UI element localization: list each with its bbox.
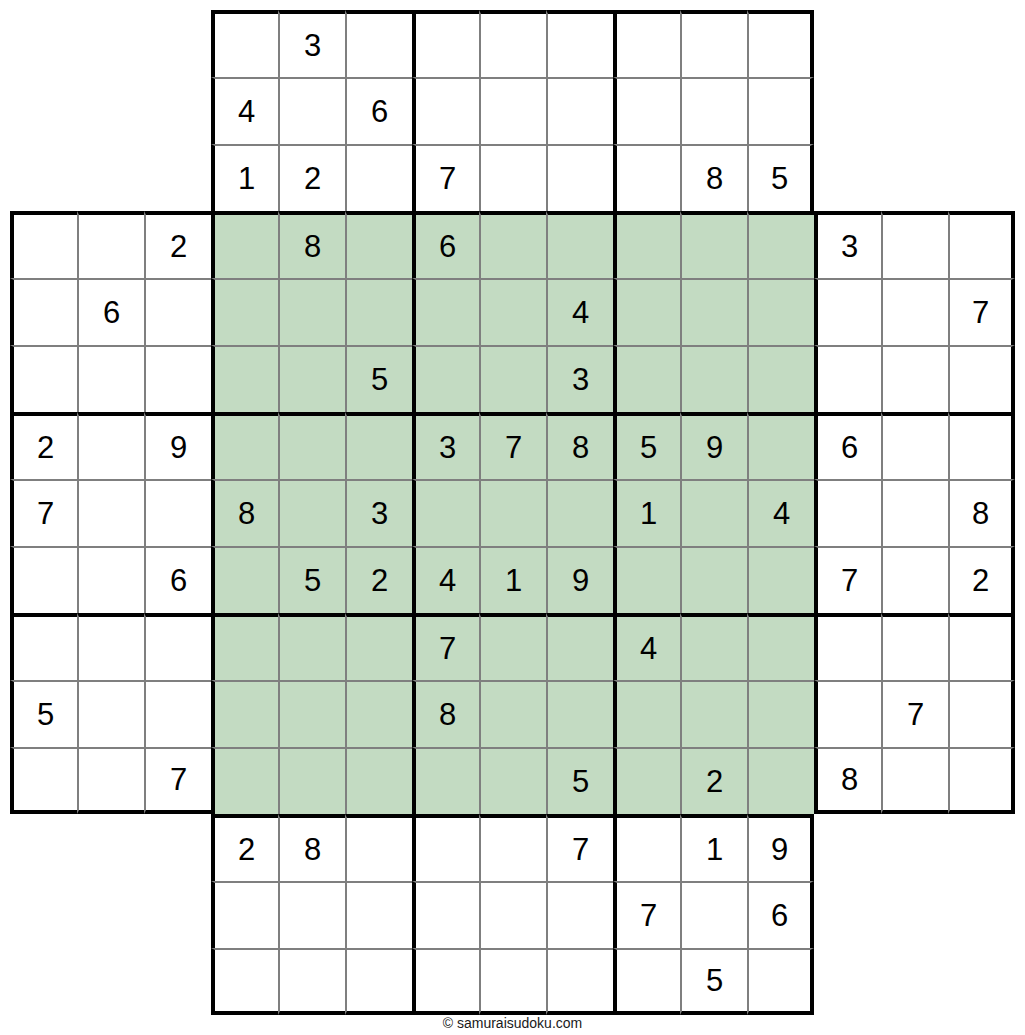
cell-r4c4[interactable] [211, 211, 278, 278]
cell-r9c13[interactable]: 7 [814, 546, 881, 613]
cell-r5c13[interactable] [814, 278, 881, 345]
cell-r10c6[interactable] [345, 613, 412, 680]
given-digit: 1 [238, 163, 255, 194]
cell-r3c7[interactable]: 7 [412, 144, 479, 211]
cell-r9c15[interactable]: 2 [948, 546, 1015, 613]
given-digit: 7 [439, 633, 456, 664]
cell-r12c8[interactable] [479, 747, 546, 814]
cell-r10c14[interactable] [881, 613, 948, 680]
cell-r13c11[interactable]: 1 [680, 814, 747, 881]
cell-r9c8[interactable]: 1 [479, 546, 546, 613]
cell-r8c15[interactable]: 8 [948, 479, 1015, 546]
cell-r7c9[interactable]: 8 [546, 412, 613, 479]
cell-r4c12[interactable] [747, 211, 814, 278]
cell-r6c3[interactable] [144, 345, 211, 412]
given-digit: 2 [371, 565, 388, 596]
given-digit: 6 [771, 900, 788, 931]
cell-r3c8[interactable] [479, 144, 546, 211]
given-digit: 3 [841, 231, 858, 262]
cell-r4c10[interactable] [613, 211, 680, 278]
cell-r14c5[interactable] [278, 881, 345, 948]
cell-r11c3[interactable] [144, 680, 211, 747]
given-digit: 5 [640, 432, 657, 463]
void-r3c2 [77, 144, 144, 211]
given-digit: 7 [640, 900, 657, 931]
given-digit: 8 [572, 432, 589, 463]
void-r14c2 [77, 881, 144, 948]
cell-r6c6[interactable]: 5 [345, 345, 412, 412]
cell-r15c10[interactable] [613, 948, 680, 1015]
cell-r3c5[interactable]: 2 [278, 144, 345, 211]
void-r2c13 [814, 77, 881, 144]
cell-r14c4[interactable] [211, 881, 278, 948]
void-r2c15 [948, 77, 1015, 144]
cell-r4c3[interactable]: 2 [144, 211, 211, 278]
cell-r8c9[interactable] [546, 479, 613, 546]
cell-r7c15[interactable] [948, 412, 1015, 479]
cell-r2c11[interactable] [680, 77, 747, 144]
cell-r7c12[interactable] [747, 412, 814, 479]
cell-r8c7[interactable] [412, 479, 479, 546]
cell-r5c6[interactable] [345, 278, 412, 345]
cell-r8c11[interactable] [680, 479, 747, 546]
cell-r6c13[interactable] [814, 345, 881, 412]
cell-r4c9[interactable] [546, 211, 613, 278]
cell-r7c11[interactable]: 9 [680, 412, 747, 479]
cell-r5c11[interactable] [680, 278, 747, 345]
given-digit: 2 [37, 432, 54, 463]
cell-r6c11[interactable] [680, 345, 747, 412]
cell-r10c4[interactable] [211, 613, 278, 680]
given-digit: 5 [304, 565, 321, 596]
cell-r11c6[interactable] [345, 680, 412, 747]
void-r3c13 [814, 144, 881, 211]
cell-r9c3[interactable]: 6 [144, 546, 211, 613]
given-digit: 7 [907, 699, 924, 730]
cell-r4c5[interactable]: 8 [278, 211, 345, 278]
void-r3c14 [881, 144, 948, 211]
given-digit: 9 [771, 834, 788, 865]
void-r13c13 [814, 814, 881, 881]
cell-r13c9[interactable]: 7 [546, 814, 613, 881]
cell-r7c10[interactable]: 5 [613, 412, 680, 479]
given-digit: 6 [371, 96, 388, 127]
cell-r7c5[interactable] [278, 412, 345, 479]
cell-r10c8[interactable] [479, 613, 546, 680]
cell-r6c5[interactable] [278, 345, 345, 412]
cell-r8c3[interactable] [144, 479, 211, 546]
cell-r9c12[interactable] [747, 546, 814, 613]
cell-r8c6[interactable]: 3 [345, 479, 412, 546]
cell-r4c8[interactable] [479, 211, 546, 278]
cell-r14c9[interactable] [546, 881, 613, 948]
cell-r6c12[interactable] [747, 345, 814, 412]
given-digit: 4 [773, 498, 790, 529]
cell-r5c1[interactable] [10, 278, 77, 345]
given-digit: 9 [572, 565, 589, 596]
cell-r11c4[interactable] [211, 680, 278, 747]
cell-r8c10[interactable]: 1 [613, 479, 680, 546]
void-r14c13 [814, 881, 881, 948]
cell-r5c8[interactable] [479, 278, 546, 345]
cell-r4c6[interactable] [345, 211, 412, 278]
cell-r12c9[interactable]: 5 [546, 747, 613, 814]
given-digit: 3 [572, 364, 589, 395]
cell-r4c14[interactable] [881, 211, 948, 278]
cell-r10c15[interactable] [948, 613, 1015, 680]
cell-r10c12[interactable] [747, 613, 814, 680]
cell-r1c10[interactable] [613, 10, 680, 77]
cell-r4c7[interactable]: 6 [412, 211, 479, 278]
cell-r1c9[interactable] [546, 10, 613, 77]
given-digit: 3 [371, 498, 388, 529]
cell-r3c11[interactable]: 8 [680, 144, 747, 211]
cell-r2c5[interactable] [278, 77, 345, 144]
cell-r7c3[interactable]: 9 [144, 412, 211, 479]
cell-r12c2[interactable] [77, 747, 144, 814]
cell-r6c8[interactable] [479, 345, 546, 412]
void-r15c1 [10, 948, 77, 1015]
cell-r13c6[interactable] [345, 814, 412, 881]
void-r15c3 [144, 948, 211, 1015]
cell-r11c1[interactable]: 5 [10, 680, 77, 747]
cell-r10c13[interactable] [814, 613, 881, 680]
cell-r5c4[interactable] [211, 278, 278, 345]
given-digit: 8 [304, 834, 321, 865]
cell-r15c7[interactable] [412, 948, 479, 1015]
cell-r7c4[interactable] [211, 412, 278, 479]
cell-r6c1[interactable] [10, 345, 77, 412]
void-r15c14 [881, 948, 948, 1015]
cell-r6c14[interactable] [881, 345, 948, 412]
void-r2c3 [144, 77, 211, 144]
given-digit: 5 [371, 364, 388, 395]
given-digit: 6 [439, 231, 456, 262]
given-digit: 2 [238, 834, 255, 865]
cell-r13c8[interactable] [479, 814, 546, 881]
cell-r9c10[interactable] [613, 546, 680, 613]
cell-r14c11[interactable] [680, 881, 747, 948]
cell-r5c12[interactable] [747, 278, 814, 345]
given-digit: 4 [238, 96, 255, 127]
void-r1c3 [144, 10, 211, 77]
given-digit: 7 [972, 297, 989, 328]
cell-r2c8[interactable] [479, 77, 546, 144]
void-r3c1 [10, 144, 77, 211]
void-r15c15 [948, 948, 1015, 1015]
cell-r9c5[interactable]: 5 [278, 546, 345, 613]
cell-r9c4[interactable] [211, 546, 278, 613]
given-digit: 8 [841, 764, 858, 795]
given-digit: 3 [439, 432, 456, 463]
cell-r15c9[interactable] [546, 948, 613, 1015]
void-r13c3 [144, 814, 211, 881]
cell-r11c11[interactable] [680, 680, 747, 747]
cell-r7c7[interactable]: 3 [412, 412, 479, 479]
cell-r5c5[interactable] [278, 278, 345, 345]
cell-r8c14[interactable] [881, 479, 948, 546]
given-digit: 8 [238, 498, 255, 529]
cell-r2c12[interactable] [747, 77, 814, 144]
given-digit: 9 [170, 432, 187, 463]
cell-r15c6[interactable] [345, 948, 412, 1015]
given-digit: 8 [972, 498, 989, 529]
cell-r12c3[interactable]: 7 [144, 747, 211, 814]
cell-r4c15[interactable] [948, 211, 1015, 278]
void-r1c1 [10, 10, 77, 77]
cell-r8c4[interactable]: 8 [211, 479, 278, 546]
cell-r1c8[interactable] [479, 10, 546, 77]
cell-r9c1[interactable] [10, 546, 77, 613]
cell-r10c11[interactable] [680, 613, 747, 680]
cell-r6c9[interactable]: 3 [546, 345, 613, 412]
cell-r10c7[interactable]: 7 [412, 613, 479, 680]
cell-r6c7[interactable] [412, 345, 479, 412]
void-r2c14 [881, 77, 948, 144]
cell-r13c7[interactable] [412, 814, 479, 881]
void-r1c2 [77, 10, 144, 77]
given-digit: 8 [439, 699, 456, 730]
cell-r10c3[interactable] [144, 613, 211, 680]
cell-r12c14[interactable] [881, 747, 948, 814]
watermark: © samuraisudoku.com [10, 1015, 1015, 1031]
cell-r1c12[interactable] [747, 10, 814, 77]
given-digit: 4 [572, 297, 589, 328]
cell-r12c10[interactable] [613, 747, 680, 814]
void-r13c15 [948, 814, 1015, 881]
given-digit: 5 [771, 163, 788, 194]
cell-r10c2[interactable] [77, 613, 144, 680]
void-r15c13 [814, 948, 881, 1015]
given-digit: 5 [37, 699, 54, 730]
cell-r12c13[interactable]: 8 [814, 747, 881, 814]
cell-r11c12[interactable] [747, 680, 814, 747]
given-digit: 5 [706, 965, 723, 996]
cell-r4c13[interactable]: 3 [814, 211, 881, 278]
void-r1c15 [948, 10, 1015, 77]
given-digit: 6 [170, 565, 187, 596]
void-r14c3 [144, 881, 211, 948]
cell-r11c10[interactable] [613, 680, 680, 747]
cell-r6c2[interactable] [77, 345, 144, 412]
cell-r12c11[interactable]: 2 [680, 747, 747, 814]
given-digit: 7 [170, 764, 187, 795]
cell-r3c12[interactable]: 5 [747, 144, 814, 211]
cell-r8c5[interactable] [278, 479, 345, 546]
given-digit: 2 [304, 163, 321, 194]
cell-r12c15[interactable] [948, 747, 1015, 814]
cell-r11c5[interactable] [278, 680, 345, 747]
cell-r8c12[interactable]: 4 [747, 479, 814, 546]
cell-r14c10[interactable]: 7 [613, 881, 680, 948]
cell-r9c9[interactable]: 9 [546, 546, 613, 613]
cell-r5c3[interactable] [144, 278, 211, 345]
cell-r11c7[interactable]: 8 [412, 680, 479, 747]
given-digit: 2 [972, 565, 989, 596]
cell-r7c2[interactable] [77, 412, 144, 479]
cell-r13c10[interactable] [613, 814, 680, 881]
cell-r4c2[interactable] [77, 211, 144, 278]
void-r1c13 [814, 10, 881, 77]
cell-r9c11[interactable] [680, 546, 747, 613]
flower-sudoku-board: 3461278528636475329378596783148652419727… [10, 10, 1015, 1015]
cell-r8c8[interactable] [479, 479, 546, 546]
given-digit: 2 [170, 231, 187, 262]
cell-r11c15[interactable] [948, 680, 1015, 747]
cell-r8c13[interactable] [814, 479, 881, 546]
cell-r9c14[interactable] [881, 546, 948, 613]
given-digit: 5 [572, 766, 589, 797]
cell-r2c9[interactable] [546, 77, 613, 144]
cell-r2c4[interactable]: 4 [211, 77, 278, 144]
cell-r10c1[interactable] [10, 613, 77, 680]
cell-r7c13[interactable]: 6 [814, 412, 881, 479]
given-digit: 4 [439, 565, 456, 596]
cell-r12c12[interactable] [747, 747, 814, 814]
given-digit: 9 [706, 432, 723, 463]
cell-r15c11[interactable]: 5 [680, 948, 747, 1015]
void-r14c14 [881, 881, 948, 948]
given-digit: 7 [37, 498, 54, 529]
cell-r1c6[interactable] [345, 10, 412, 77]
given-digit: 8 [706, 163, 723, 194]
cell-r11c8[interactable] [479, 680, 546, 747]
cell-r10c9[interactable] [546, 613, 613, 680]
void-r13c2 [77, 814, 144, 881]
cell-r11c13[interactable] [814, 680, 881, 747]
cell-r7c6[interactable] [345, 412, 412, 479]
void-r3c15 [948, 144, 1015, 211]
cell-r5c15[interactable]: 7 [948, 278, 1015, 345]
cell-r5c2[interactable]: 6 [77, 278, 144, 345]
void-r14c1 [10, 881, 77, 948]
given-digit: 1 [640, 498, 657, 529]
cell-r12c1[interactable] [10, 747, 77, 814]
void-r15c2 [77, 948, 144, 1015]
cell-r1c11[interactable] [680, 10, 747, 77]
given-digit: 7 [572, 834, 589, 865]
void-r3c3 [144, 144, 211, 211]
cell-r15c8[interactable] [479, 948, 546, 1015]
given-digit: 7 [439, 163, 456, 194]
cell-r11c2[interactable] [77, 680, 144, 747]
cell-r7c14[interactable] [881, 412, 948, 479]
cell-r9c6[interactable]: 2 [345, 546, 412, 613]
cell-r5c10[interactable] [613, 278, 680, 345]
cell-r5c9[interactable]: 4 [546, 278, 613, 345]
cell-r2c10[interactable] [613, 77, 680, 144]
void-r13c14 [881, 814, 948, 881]
cell-r7c1[interactable]: 2 [10, 412, 77, 479]
cell-r1c4[interactable] [211, 10, 278, 77]
cell-r12c4[interactable] [211, 747, 278, 814]
cell-r10c10[interactable]: 4 [613, 613, 680, 680]
given-digit: 6 [103, 297, 120, 328]
cell-r9c2[interactable] [77, 546, 144, 613]
void-r14c15 [948, 881, 1015, 948]
cell-r9c7[interactable]: 4 [412, 546, 479, 613]
cell-r13c12[interactable]: 9 [747, 814, 814, 881]
given-digit: 8 [304, 231, 321, 262]
cell-r6c10[interactable] [613, 345, 680, 412]
cell-r3c6[interactable] [345, 144, 412, 211]
cell-r5c7[interactable] [412, 278, 479, 345]
cell-r10c5[interactable] [278, 613, 345, 680]
cell-r12c5[interactable] [278, 747, 345, 814]
given-digit: 7 [841, 565, 858, 596]
given-digit: 2 [706, 766, 723, 797]
cell-r8c1[interactable]: 7 [10, 479, 77, 546]
cell-r14c8[interactable] [479, 881, 546, 948]
cell-r12c6[interactable] [345, 747, 412, 814]
cell-r5c14[interactable] [881, 278, 948, 345]
cell-r14c7[interactable] [412, 881, 479, 948]
void-r2c2 [77, 77, 144, 144]
cell-r4c11[interactable] [680, 211, 747, 278]
void-r2c1 [10, 77, 77, 144]
void-r1c14 [881, 10, 948, 77]
cell-r3c4[interactable]: 1 [211, 144, 278, 211]
cell-r3c10[interactable] [613, 144, 680, 211]
cell-r13c5[interactable]: 8 [278, 814, 345, 881]
cell-r2c6[interactable]: 6 [345, 77, 412, 144]
given-digit: 6 [841, 432, 858, 463]
given-digit: 7 [505, 432, 522, 463]
page: 3461278528636475329378596783148652419727… [0, 0, 1025, 1035]
cell-r15c5[interactable] [278, 948, 345, 1015]
cell-r7c8[interactable]: 7 [479, 412, 546, 479]
given-digit: 4 [640, 633, 657, 664]
cell-r3c9[interactable] [546, 144, 613, 211]
given-digit: 1 [706, 834, 723, 865]
cell-r15c12[interactable] [747, 948, 814, 1015]
given-digit: 1 [505, 565, 522, 596]
cell-r14c12[interactable]: 6 [747, 881, 814, 948]
cell-r15c4[interactable] [211, 948, 278, 1015]
cell-r6c4[interactable] [211, 345, 278, 412]
cell-r12c7[interactable] [412, 747, 479, 814]
cell-r11c14[interactable]: 7 [881, 680, 948, 747]
given-digit: 3 [304, 30, 321, 61]
cell-r11c9[interactable] [546, 680, 613, 747]
void-r13c1 [10, 814, 77, 881]
cell-r8c2[interactable] [77, 479, 144, 546]
cell-r2c7[interactable] [412, 77, 479, 144]
cell-r14c6[interactable] [345, 881, 412, 948]
cell-r4c1[interactable] [10, 211, 77, 278]
cell-r1c5[interactable]: 3 [278, 10, 345, 77]
cell-r13c4[interactable]: 2 [211, 814, 278, 881]
cell-r6c15[interactable] [948, 345, 1015, 412]
cell-r1c7[interactable] [412, 10, 479, 77]
